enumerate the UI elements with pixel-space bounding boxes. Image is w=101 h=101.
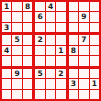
box-9: 31 (69, 69, 99, 99)
box-6: 78 (69, 35, 99, 65)
cell-r5c8[interactable] (79, 46, 88, 55)
cell-r6c3[interactable] (23, 56, 32, 65)
cell-r3c8[interactable] (79, 23, 88, 32)
box-8: 52 (35, 69, 65, 99)
cell-r9c6[interactable] (56, 90, 65, 99)
cell-r8c2[interactable] (12, 79, 21, 88)
cell-r5c6: 1 (56, 46, 65, 55)
cell-r1c8[interactable] (79, 2, 88, 11)
cell-r8c7: 3 (69, 79, 78, 88)
cell-r1c7[interactable] (69, 2, 78, 11)
cell-r2c4: 6 (35, 12, 44, 21)
cell-r4c1[interactable] (2, 35, 11, 44)
cell-r7c9[interactable] (90, 69, 99, 78)
box-7: 9 (2, 69, 32, 99)
cell-r2c5[interactable] (46, 12, 55, 21)
cell-r6c9[interactable] (90, 56, 99, 65)
cell-r4c7[interactable] (69, 35, 78, 44)
cell-r7c3[interactable] (23, 69, 32, 78)
cell-r7c6: 2 (56, 69, 65, 78)
cell-r6c7[interactable] (69, 56, 78, 65)
cell-r2c6[interactable] (56, 12, 65, 21)
cell-r5c1: 4 (2, 46, 11, 55)
cell-r7c1[interactable] (2, 69, 11, 78)
cell-r5c3[interactable] (23, 46, 32, 55)
cell-r3c9[interactable] (90, 23, 99, 32)
cell-r4c4: 2 (35, 35, 44, 44)
cell-r3c4[interactable] (35, 23, 44, 32)
cell-r9c5[interactable] (46, 90, 55, 99)
box-5: 21 (35, 35, 65, 65)
cell-r6c5[interactable] (46, 56, 55, 65)
cell-r9c9[interactable] (90, 90, 99, 99)
cell-r7c7[interactable] (69, 69, 78, 78)
cell-r5c5[interactable] (46, 46, 55, 55)
cell-r1c5: 4 (46, 2, 55, 11)
cell-r9c1[interactable] (2, 90, 11, 99)
cell-r3c6[interactable] (56, 23, 65, 32)
box-1: 183 (2, 2, 32, 32)
box-2: 46 (35, 2, 65, 32)
sudoku-board: 18346954217895231 (0, 0, 101, 101)
cell-r8c1[interactable] (2, 79, 11, 88)
cell-r5c2[interactable] (12, 46, 21, 55)
cell-r8c8[interactable] (79, 79, 88, 88)
cell-r2c7[interactable] (69, 12, 78, 21)
cell-r1c9[interactable] (90, 2, 99, 11)
cell-r1c2[interactable] (12, 2, 21, 11)
cell-r2c3[interactable] (23, 12, 32, 21)
cell-r8c4[interactable] (35, 79, 44, 88)
cell-r3c5[interactable] (46, 23, 55, 32)
cell-r3c7[interactable] (69, 23, 78, 32)
cell-r1c3: 8 (23, 2, 32, 11)
box-4: 54 (2, 35, 32, 65)
cell-r2c2[interactable] (12, 12, 21, 21)
cell-r8c6[interactable] (56, 79, 65, 88)
cell-r4c5[interactable] (46, 35, 55, 44)
cell-r3c2[interactable] (12, 23, 21, 32)
cell-r6c4[interactable] (35, 56, 44, 65)
cell-r6c6[interactable] (56, 56, 65, 65)
cell-r2c9[interactable] (90, 12, 99, 21)
box-3: 9 (69, 2, 99, 32)
cell-r2c8: 9 (79, 12, 88, 21)
cell-r5c4[interactable] (35, 46, 44, 55)
cell-r6c8[interactable] (79, 56, 88, 65)
cell-r1c4[interactable] (35, 2, 44, 11)
cell-r4c6[interactable] (56, 35, 65, 44)
cell-r5c9[interactable] (90, 46, 99, 55)
cell-r8c5[interactable] (46, 79, 55, 88)
cell-r7c4: 5 (35, 69, 44, 78)
cell-r2c1[interactable] (2, 12, 11, 21)
cell-r3c3[interactable] (23, 23, 32, 32)
cell-r4c2: 5 (12, 35, 21, 44)
cell-r6c2[interactable] (12, 56, 21, 65)
cell-r7c5[interactable] (46, 69, 55, 78)
cell-r6c1[interactable] (2, 56, 11, 65)
cell-r4c3[interactable] (23, 35, 32, 44)
cell-r4c8: 7 (79, 35, 88, 44)
cell-r1c6[interactable] (56, 2, 65, 11)
cell-r7c8[interactable] (79, 69, 88, 78)
cell-r9c4[interactable] (35, 90, 44, 99)
cell-r9c7[interactable] (69, 90, 78, 99)
cell-r5c7: 8 (69, 46, 78, 55)
cell-r9c2[interactable] (12, 90, 21, 99)
cell-r1c1: 1 (2, 2, 11, 11)
cell-r8c9: 1 (90, 79, 99, 88)
cell-r7c2: 9 (12, 69, 21, 78)
cell-r8c3[interactable] (23, 79, 32, 88)
cell-r4c9[interactable] (90, 35, 99, 44)
cell-r9c3[interactable] (23, 90, 32, 99)
cell-r9c8[interactable] (79, 90, 88, 99)
cell-r3c1: 3 (2, 23, 11, 32)
